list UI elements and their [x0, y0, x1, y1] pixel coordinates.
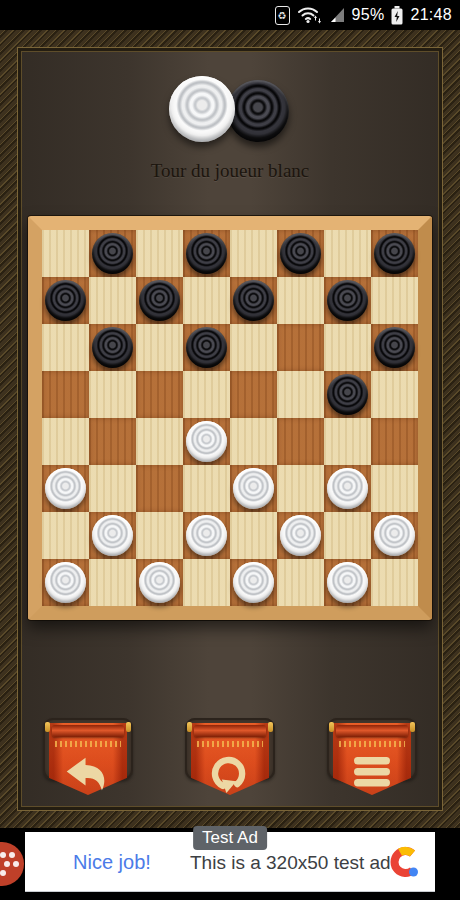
light-square [42, 512, 89, 559]
light-square [230, 230, 277, 277]
black-piece[interactable] [374, 327, 415, 368]
white-piece[interactable] [186, 421, 227, 462]
white-piece[interactable] [92, 515, 133, 556]
square-9[interactable] [89, 324, 136, 371]
white-piece[interactable] [45, 562, 86, 603]
white-piece[interactable] [374, 515, 415, 556]
black-piece[interactable] [45, 280, 86, 321]
light-square [183, 559, 230, 606]
game-dots-icon[interactable] [0, 842, 24, 886]
white-checker-icon [169, 76, 235, 142]
white-piece[interactable] [139, 562, 180, 603]
test-ad-badge: Test Ad [193, 826, 267, 850]
square-13[interactable] [42, 371, 89, 418]
clock: 21:48 [410, 6, 452, 24]
square-8[interactable] [324, 277, 371, 324]
light-square [277, 465, 324, 512]
undo-arrow-icon [62, 756, 114, 796]
square-18[interactable] [183, 418, 230, 465]
battery-saver-icon: ♻ [275, 6, 290, 25]
phone-screen: ♻ 95% [0, 0, 460, 900]
black-piece[interactable] [186, 233, 227, 274]
square-21[interactable] [42, 465, 89, 512]
white-piece[interactable] [327, 468, 368, 509]
ad-headline: Nice job! [73, 851, 151, 874]
light-square [277, 559, 324, 606]
light-square [89, 465, 136, 512]
square-5[interactable] [42, 277, 89, 324]
square-7[interactable] [230, 277, 277, 324]
light-square [42, 230, 89, 277]
buttons-row [43, 718, 417, 798]
light-square [230, 512, 277, 559]
status-bar: ♻ 95% [0, 0, 460, 30]
undo-button[interactable] [43, 718, 133, 798]
light-square [42, 324, 89, 371]
light-square [324, 324, 371, 371]
signal-strength-icon [330, 7, 345, 23]
light-square [89, 371, 136, 418]
square-16[interactable] [324, 371, 371, 418]
square-10[interactable] [183, 324, 230, 371]
restart-arrow-icon [210, 756, 250, 798]
gold-filigree [197, 741, 263, 747]
black-piece[interactable] [327, 280, 368, 321]
square-27[interactable] [277, 512, 324, 559]
black-piece[interactable] [92, 233, 133, 274]
restart-button[interactable] [185, 718, 275, 798]
gold-pin [126, 722, 131, 732]
gold-pin [329, 722, 334, 732]
gold-pin [410, 722, 415, 732]
light-square [136, 512, 183, 559]
gold-pin [187, 722, 192, 732]
black-piece[interactable] [280, 233, 321, 274]
menu-button[interactable] [327, 718, 417, 798]
white-piece[interactable] [280, 515, 321, 556]
gold-pin [45, 722, 50, 732]
admob-logo-icon [387, 845, 421, 883]
black-piece[interactable] [327, 374, 368, 415]
game-background: Tour du joueur blanc [17, 47, 443, 811]
white-piece[interactable] [233, 562, 274, 603]
square-24[interactable] [324, 465, 371, 512]
light-square [183, 371, 230, 418]
square-28[interactable] [371, 512, 418, 559]
banner-roll [336, 725, 408, 737]
light-square [136, 418, 183, 465]
ad-body: This is a 320x50 test ad. [190, 852, 396, 874]
light-square [324, 230, 371, 277]
white-piece[interactable] [45, 468, 86, 509]
square-32[interactable] [324, 559, 371, 606]
light-square [183, 465, 230, 512]
turn-indicator [165, 74, 295, 146]
light-square [42, 418, 89, 465]
square-22[interactable] [136, 465, 183, 512]
white-piece[interactable] [186, 515, 227, 556]
black-piece[interactable] [186, 327, 227, 368]
checkers-board [28, 216, 432, 620]
square-1[interactable] [89, 230, 136, 277]
square-11[interactable] [277, 324, 324, 371]
white-piece[interactable] [327, 562, 368, 603]
light-square [89, 277, 136, 324]
turn-label: Tour du joueur blanc [151, 160, 310, 182]
ad-strip: Nice job! This is a 320x50 test ad. Test… [0, 828, 460, 900]
light-square [136, 324, 183, 371]
battery-charging-icon [391, 6, 403, 25]
square-12[interactable] [371, 324, 418, 371]
square-26[interactable] [183, 512, 230, 559]
square-25[interactable] [89, 512, 136, 559]
square-15[interactable] [230, 371, 277, 418]
black-checker-icon [227, 80, 289, 142]
light-square [136, 230, 183, 277]
game-frame: Tour du joueur blanc [0, 30, 460, 828]
square-23[interactable] [230, 465, 277, 512]
light-square [371, 371, 418, 418]
light-square [230, 418, 277, 465]
black-piece[interactable] [92, 327, 133, 368]
banner-roll [194, 725, 266, 737]
gold-filigree [55, 741, 121, 747]
square-6[interactable] [136, 277, 183, 324]
square-17[interactable] [89, 418, 136, 465]
gold-filigree [339, 741, 405, 747]
square-29[interactable] [42, 559, 89, 606]
square-31[interactable] [230, 559, 277, 606]
square-2[interactable] [183, 230, 230, 277]
light-square [89, 559, 136, 606]
square-14[interactable] [136, 371, 183, 418]
light-square [277, 277, 324, 324]
square-19[interactable] [277, 418, 324, 465]
menu-bars-icon [351, 756, 393, 792]
square-30[interactable] [136, 559, 183, 606]
black-piece[interactable] [233, 280, 274, 321]
light-square [371, 277, 418, 324]
black-piece[interactable] [374, 233, 415, 274]
light-square [324, 512, 371, 559]
square-4[interactable] [371, 230, 418, 277]
battery-percent: 95% [352, 6, 385, 24]
gold-pin [268, 722, 273, 732]
black-piece[interactable] [139, 280, 180, 321]
light-square [371, 559, 418, 606]
light-square [277, 371, 324, 418]
square-20[interactable] [371, 418, 418, 465]
light-square [230, 324, 277, 371]
light-square [183, 277, 230, 324]
board-grid [42, 230, 418, 606]
wifi-data-icon [297, 6, 323, 24]
banner-roll [52, 725, 124, 737]
white-piece[interactable] [233, 468, 274, 509]
light-square [371, 465, 418, 512]
light-square [324, 418, 371, 465]
square-3[interactable] [277, 230, 324, 277]
